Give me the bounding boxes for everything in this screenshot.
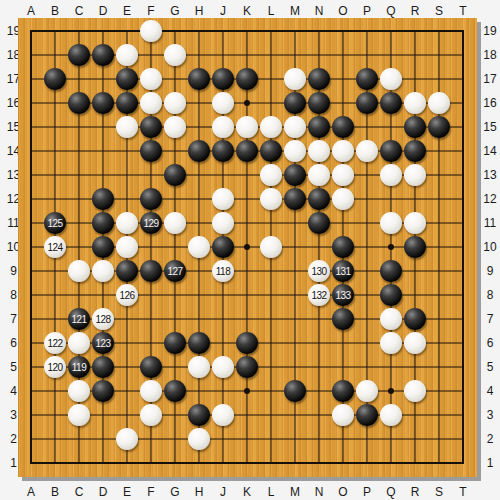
stone-black-G9[interactable]: 127 xyxy=(164,260,186,282)
coord-top-H: H xyxy=(191,5,207,17)
coord-top-O: O xyxy=(335,5,351,17)
stone-white-J12[interactable] xyxy=(212,188,234,210)
stone-white-B5[interactable]: 120 xyxy=(44,356,66,378)
stone-black-O4[interactable] xyxy=(332,380,354,402)
coord-top-J: J xyxy=(215,5,231,17)
coord-top-F: F xyxy=(143,5,159,17)
coord-right-8: 8 xyxy=(480,289,500,301)
stone-black-N15[interactable] xyxy=(308,116,330,138)
stone-black-G13[interactable] xyxy=(164,164,186,186)
stone-black-D12[interactable] xyxy=(92,188,114,210)
stone-black-C18[interactable] xyxy=(68,44,90,66)
stone-white-E18[interactable] xyxy=(116,44,138,66)
stone-black-O7[interactable] xyxy=(332,308,354,330)
stone-white-G16[interactable] xyxy=(164,92,186,114)
stone-white-G15[interactable] xyxy=(164,116,186,138)
stone-white-R6[interactable] xyxy=(404,332,426,354)
coord-bottom-G: G xyxy=(167,486,183,498)
coord-top-K: K xyxy=(239,5,255,17)
stone-white-N13[interactable] xyxy=(308,164,330,186)
coord-top-C: C xyxy=(71,5,87,17)
coord-bottom-E: E xyxy=(119,486,135,498)
stone-black-N16[interactable] xyxy=(308,92,330,114)
stone-white-L12[interactable] xyxy=(260,188,282,210)
stone-black-P16[interactable] xyxy=(356,92,378,114)
move-number-label: 118 xyxy=(216,266,230,277)
stone-black-Q8[interactable] xyxy=(380,284,402,306)
stone-white-N14[interactable] xyxy=(308,140,330,162)
stone-white-H2[interactable] xyxy=(188,428,210,450)
stone-white-J11[interactable] xyxy=(212,212,234,234)
stone-black-D10[interactable] xyxy=(92,236,114,258)
stone-black-M16[interactable] xyxy=(284,92,306,114)
coord-bottom-S: S xyxy=(431,486,447,498)
coord-top-Q: Q xyxy=(383,5,399,17)
coord-bottom-L: L xyxy=(263,486,279,498)
stone-black-G4[interactable] xyxy=(164,380,186,402)
hoshi-K10 xyxy=(244,244,250,250)
stone-black-N17[interactable] xyxy=(308,68,330,90)
coord-top-S: S xyxy=(431,5,447,17)
stone-white-C3[interactable] xyxy=(68,404,90,426)
coord-right-19: 19 xyxy=(480,25,500,37)
move-number-label: 125 xyxy=(47,218,62,229)
stone-black-M12[interactable] xyxy=(284,188,306,210)
stone-white-Q11[interactable] xyxy=(380,212,402,234)
coord-bottom-R: R xyxy=(407,486,423,498)
stone-black-R15[interactable] xyxy=(404,116,426,138)
coord-bottom-D: D xyxy=(95,486,111,498)
stone-white-E11[interactable] xyxy=(116,212,138,234)
coord-right-11: 11 xyxy=(480,217,500,229)
goban[interactable]: 1251291241271181301311261321331211281221… xyxy=(18,18,477,477)
stone-white-C6[interactable] xyxy=(68,332,90,354)
coord-top-N: N xyxy=(311,5,327,17)
stone-black-N12[interactable] xyxy=(308,188,330,210)
move-number-label: 129 xyxy=(143,218,158,229)
coord-bottom-A: A xyxy=(23,486,39,498)
coord-top-M: M xyxy=(287,5,303,17)
stone-black-N11[interactable] xyxy=(308,212,330,234)
coord-bottom-P: P xyxy=(359,486,375,498)
coord-top-T: T xyxy=(455,5,471,17)
stone-black-Q16[interactable] xyxy=(380,92,402,114)
stone-black-F14[interactable] xyxy=(140,140,162,162)
stone-white-F4[interactable] xyxy=(140,380,162,402)
stone-black-O10[interactable] xyxy=(332,236,354,258)
coord-right-17: 17 xyxy=(480,73,500,85)
coord-bottom-Q: Q xyxy=(383,486,399,498)
coord-top-R: R xyxy=(407,5,423,17)
coord-right-1: 1 xyxy=(480,457,500,469)
stone-white-H5[interactable] xyxy=(188,356,210,378)
stone-black-J17[interactable] xyxy=(212,68,234,90)
stone-white-O3[interactable] xyxy=(332,404,354,426)
move-number-label: 123 xyxy=(95,338,110,349)
stone-white-P4[interactable] xyxy=(356,380,378,402)
stone-white-N9[interactable]: 130 xyxy=(308,260,330,282)
hoshi-K16 xyxy=(244,100,250,106)
move-number-label: 119 xyxy=(72,362,86,373)
stone-black-Q9[interactable] xyxy=(380,260,402,282)
coord-top-L: L xyxy=(263,5,279,17)
stone-white-B10[interactable]: 124 xyxy=(44,236,66,258)
stone-black-F11[interactable]: 129 xyxy=(140,212,162,234)
stone-white-F19[interactable] xyxy=(140,20,162,42)
stone-white-M17[interactable] xyxy=(284,68,306,90)
coord-right-10: 10 xyxy=(480,241,500,253)
stone-black-R7[interactable] xyxy=(404,308,426,330)
stone-black-O8[interactable]: 133 xyxy=(332,284,354,306)
move-number-label: 133 xyxy=(335,290,350,301)
coord-top-P: P xyxy=(359,5,375,17)
stone-black-D11[interactable] xyxy=(92,212,114,234)
hoshi-K4 xyxy=(244,388,250,394)
stone-white-K15[interactable] xyxy=(236,116,258,138)
coord-bottom-H: H xyxy=(191,486,207,498)
coord-bottom-F: F xyxy=(143,486,159,498)
move-number-label: 124 xyxy=(47,242,62,253)
stone-white-C9[interactable] xyxy=(68,260,90,282)
stone-white-B6[interactable]: 122 xyxy=(44,332,66,354)
stone-black-S15[interactable] xyxy=(428,116,450,138)
coord-bottom-O: O xyxy=(335,486,351,498)
stone-white-L10[interactable] xyxy=(260,236,282,258)
stone-black-O15[interactable] xyxy=(332,116,354,138)
stone-white-J16[interactable] xyxy=(212,92,234,114)
stone-white-R11[interactable] xyxy=(404,212,426,234)
coord-right-15: 15 xyxy=(480,121,500,133)
coord-right-14: 14 xyxy=(480,145,500,157)
coord-right-4: 4 xyxy=(480,385,500,397)
stone-white-L15[interactable] xyxy=(260,116,282,138)
move-number-label: 127 xyxy=(167,266,182,277)
coord-right-13: 13 xyxy=(480,169,500,181)
stone-black-R14[interactable] xyxy=(404,140,426,162)
stone-white-D7[interactable]: 128 xyxy=(92,308,114,330)
stone-black-Q14[interactable] xyxy=(380,140,402,162)
stone-black-E16[interactable] xyxy=(116,92,138,114)
stone-white-N8[interactable]: 132 xyxy=(308,284,330,306)
move-number-label: 132 xyxy=(311,290,326,301)
coord-top-G: G xyxy=(167,5,183,17)
coord-right-3: 3 xyxy=(480,409,500,421)
stone-white-S16[interactable] xyxy=(428,92,450,114)
stone-white-Q6[interactable] xyxy=(380,332,402,354)
coord-bottom-T: T xyxy=(455,486,471,498)
hoshi-Q10 xyxy=(388,244,394,250)
stone-white-O14[interactable] xyxy=(332,140,354,162)
coord-bottom-C: C xyxy=(71,486,87,498)
coord-right-6: 6 xyxy=(480,337,500,349)
stone-white-Q13[interactable] xyxy=(380,164,402,186)
stone-white-F16[interactable] xyxy=(140,92,162,114)
stone-white-C4[interactable] xyxy=(68,380,90,402)
stone-black-C16[interactable] xyxy=(68,92,90,114)
coord-right-5: 5 xyxy=(480,361,500,373)
stone-black-M4[interactable] xyxy=(284,380,306,402)
stone-white-R13[interactable] xyxy=(404,164,426,186)
coord-right-2: 2 xyxy=(480,433,500,445)
move-number-label: 131 xyxy=(335,266,350,277)
move-number-label: 121 xyxy=(71,314,86,325)
stone-black-J10[interactable] xyxy=(212,236,234,258)
coord-right-16: 16 xyxy=(480,97,500,109)
stone-black-C7[interactable]: 121 xyxy=(68,308,90,330)
stone-black-R10[interactable] xyxy=(404,236,426,258)
coord-top-D: D xyxy=(95,5,111,17)
stone-white-E2[interactable] xyxy=(116,428,138,450)
stone-white-O13[interactable] xyxy=(332,164,354,186)
stone-black-H17[interactable] xyxy=(188,68,210,90)
stone-white-O12[interactable] xyxy=(332,188,354,210)
coord-top-A: A xyxy=(23,5,39,17)
stone-white-G18[interactable] xyxy=(164,44,186,66)
coord-bottom-B: B xyxy=(47,486,63,498)
stone-white-L13[interactable] xyxy=(260,164,282,186)
stone-white-E15[interactable] xyxy=(116,116,138,138)
stone-black-F9[interactable] xyxy=(140,260,162,282)
stone-black-D6[interactable]: 123 xyxy=(92,332,114,354)
stone-black-F15[interactable] xyxy=(140,116,162,138)
stone-white-P14[interactable] xyxy=(356,140,378,162)
stone-black-D5[interactable] xyxy=(92,356,114,378)
stone-black-E17[interactable] xyxy=(116,68,138,90)
stone-white-J5[interactable] xyxy=(212,356,234,378)
stone-black-K17[interactable] xyxy=(236,68,258,90)
stone-white-E10[interactable] xyxy=(116,236,138,258)
coord-bottom-K: K xyxy=(239,486,255,498)
coord-bottom-J: J xyxy=(215,486,231,498)
coord-right-12: 12 xyxy=(480,193,500,205)
stone-black-K14[interactable] xyxy=(236,140,258,162)
stone-black-J14[interactable] xyxy=(212,140,234,162)
stone-white-F17[interactable] xyxy=(140,68,162,90)
move-number-label: 122 xyxy=(47,338,62,349)
stone-white-F3[interactable] xyxy=(140,404,162,426)
move-number-label: 126 xyxy=(119,290,134,301)
stone-black-O9[interactable]: 131 xyxy=(332,260,354,282)
coord-top-E: E xyxy=(119,5,135,17)
stone-black-P3[interactable] xyxy=(356,404,378,426)
stone-black-B17[interactable] xyxy=(44,68,66,90)
stone-black-E9[interactable] xyxy=(116,260,138,282)
stone-white-Q3[interactable] xyxy=(380,404,402,426)
stone-black-H14[interactable] xyxy=(188,140,210,162)
stone-black-D4[interactable] xyxy=(92,380,114,402)
stone-black-D16[interactable] xyxy=(92,92,114,114)
stone-black-D18[interactable] xyxy=(92,44,114,66)
stone-white-R16[interactable] xyxy=(404,92,426,114)
move-number-label: 120 xyxy=(47,362,62,373)
stone-black-M13[interactable] xyxy=(284,164,306,186)
coord-top-B: B xyxy=(47,5,63,17)
stone-black-K5[interactable] xyxy=(236,356,258,378)
stone-black-B11[interactable]: 125 xyxy=(44,212,66,234)
stone-black-F5[interactable] xyxy=(140,356,162,378)
move-number-label: 130 xyxy=(311,266,326,277)
coord-right-18: 18 xyxy=(480,49,500,61)
stone-white-M14[interactable] xyxy=(284,140,306,162)
stone-white-E8[interactable]: 126 xyxy=(116,284,138,306)
hoshi-Q4 xyxy=(388,388,394,394)
stone-white-J15[interactable] xyxy=(212,116,234,138)
stone-white-J9[interactable]: 118 xyxy=(212,260,234,282)
stone-white-Q7[interactable] xyxy=(380,308,402,330)
stone-white-J3[interactable] xyxy=(212,404,234,426)
stone-black-L14[interactable] xyxy=(260,140,282,162)
stone-black-K6[interactable] xyxy=(236,332,258,354)
coord-right-7: 7 xyxy=(480,313,500,325)
stone-black-F12[interactable] xyxy=(140,188,162,210)
coord-right-9: 9 xyxy=(480,265,500,277)
stone-black-G6[interactable] xyxy=(164,332,186,354)
coord-bottom-M: M xyxy=(287,486,303,498)
stone-black-C5[interactable]: 119 xyxy=(68,356,90,378)
stone-black-H6[interactable] xyxy=(188,332,210,354)
stone-black-H3[interactable] xyxy=(188,404,210,426)
stone-black-P17[interactable] xyxy=(356,68,378,90)
move-number-label: 128 xyxy=(95,314,110,325)
coord-bottom-N: N xyxy=(311,486,327,498)
stone-white-M15[interactable] xyxy=(284,116,306,138)
stone-white-D9[interactable] xyxy=(92,260,114,282)
stone-white-H10[interactable] xyxy=(188,236,210,258)
stone-white-G11[interactable] xyxy=(164,212,186,234)
stone-white-R4[interactable] xyxy=(404,380,426,402)
stone-white-Q17[interactable] xyxy=(380,68,402,90)
